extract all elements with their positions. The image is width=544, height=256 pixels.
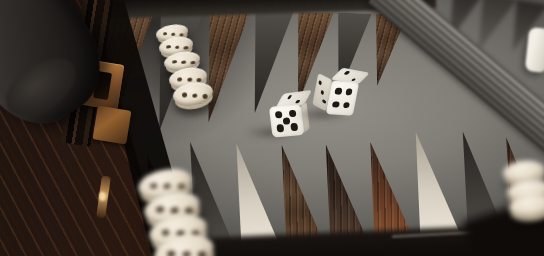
dice-layer — [0, 0, 544, 256]
die-pip — [276, 124, 284, 132]
die-pip — [275, 111, 283, 119]
die-pip — [332, 101, 340, 108]
die-pip — [343, 102, 351, 109]
die-pip — [287, 95, 292, 99]
die-right-die[interactable] — [309, 63, 366, 121]
edge-piece[interactable] — [525, 27, 544, 73]
die-pip — [322, 99, 326, 104]
die-face-front — [269, 104, 305, 138]
die-pip — [351, 78, 357, 82]
die-pip — [345, 88, 353, 95]
die-pip — [344, 71, 350, 75]
die-pip — [290, 123, 298, 131]
die-pip — [334, 88, 342, 95]
die-pip — [295, 99, 300, 103]
backgammon-board-photo — [0, 0, 544, 256]
die-pip — [320, 90, 324, 95]
die-pip — [283, 117, 291, 125]
die-face-right — [326, 81, 360, 116]
die-pip — [318, 80, 322, 85]
